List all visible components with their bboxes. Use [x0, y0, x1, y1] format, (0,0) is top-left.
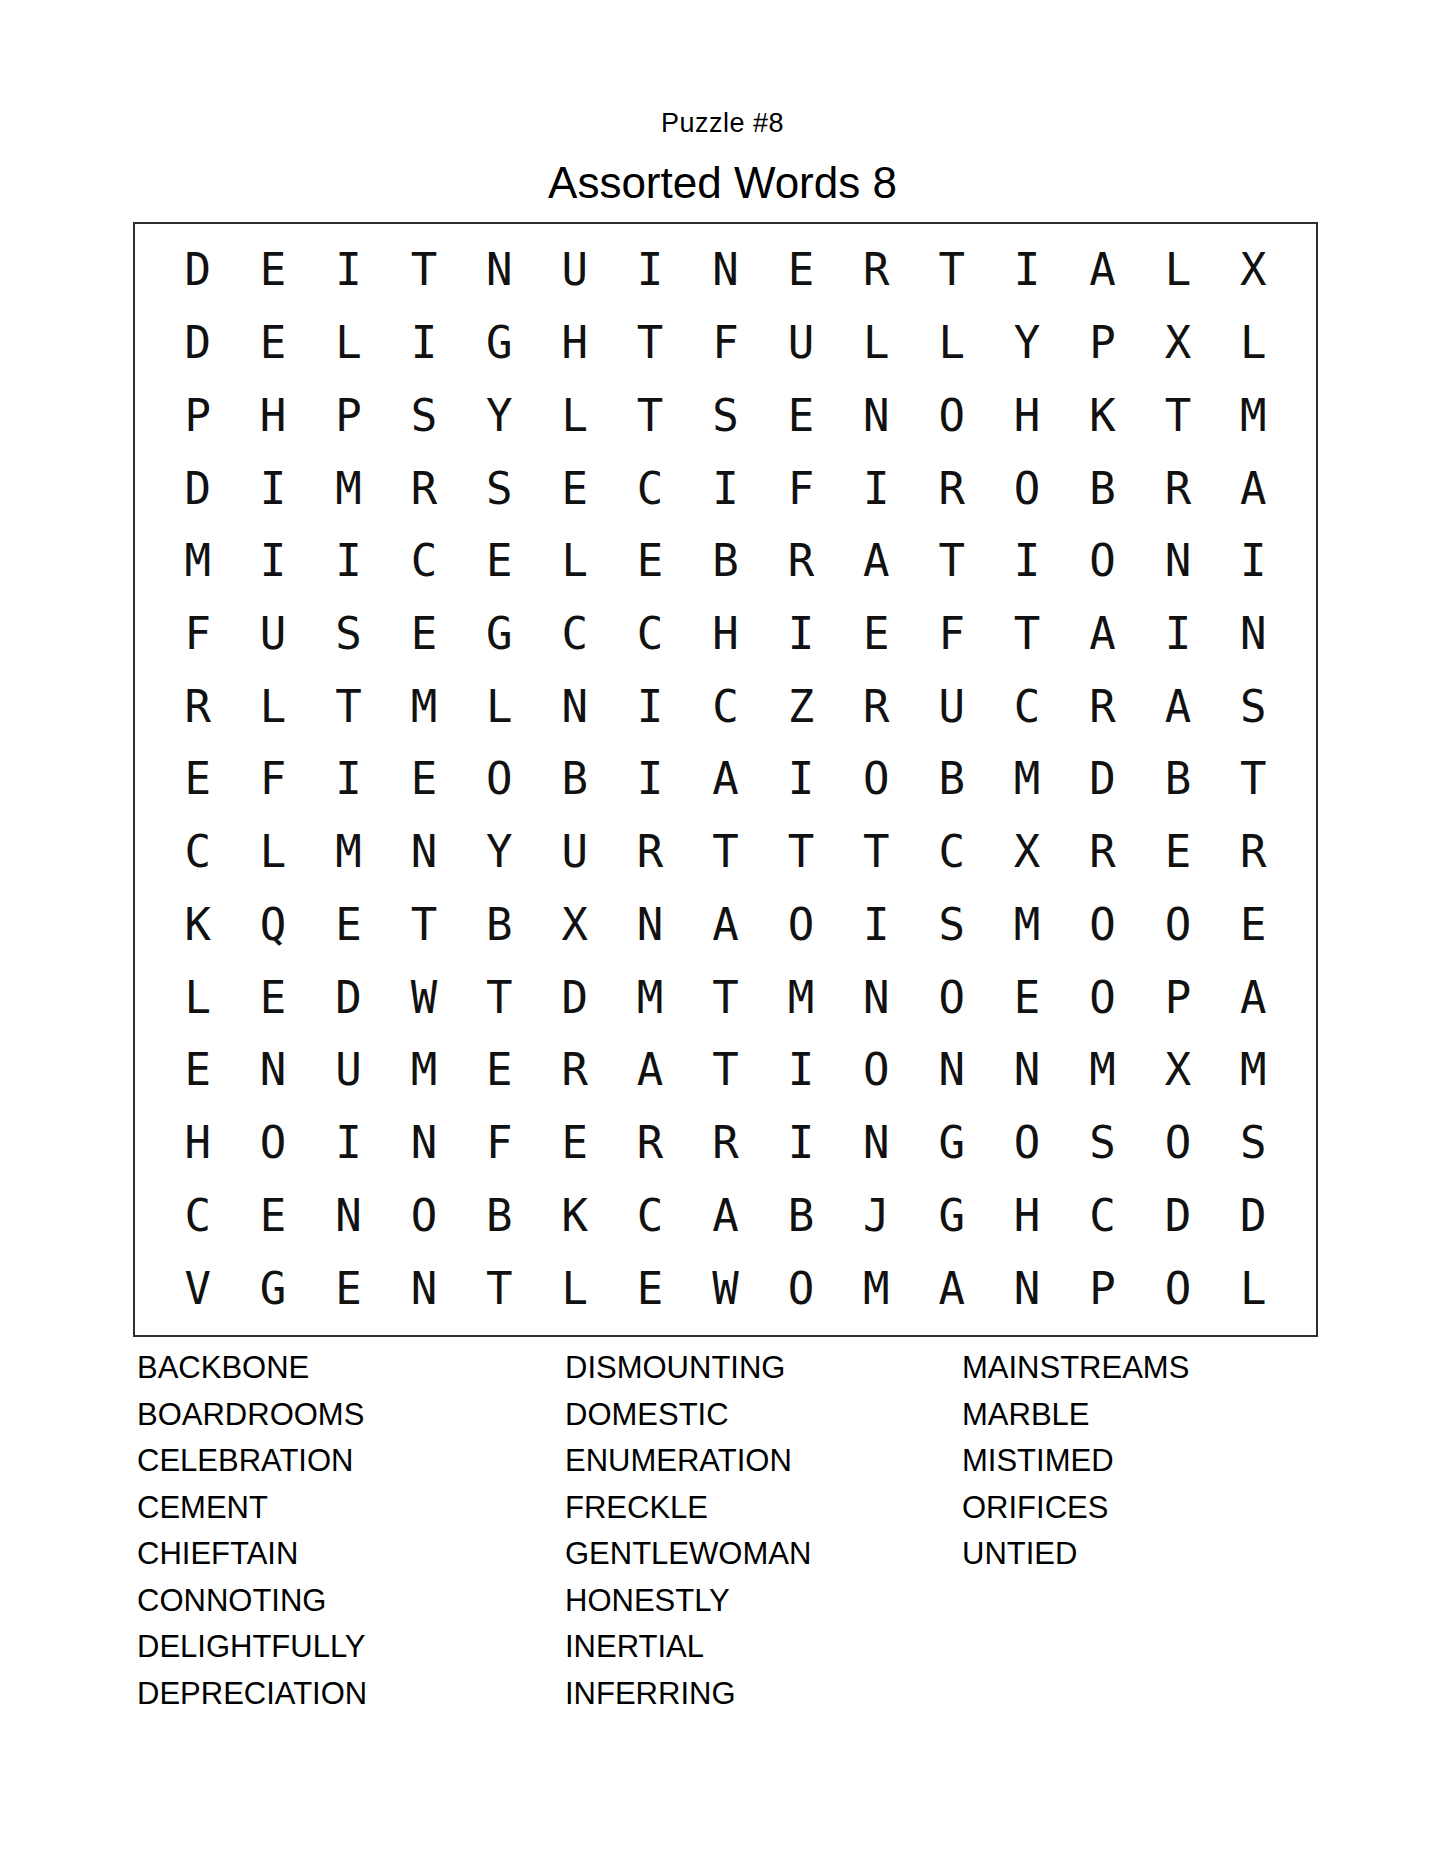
- grid-cell: O: [1140, 1107, 1215, 1180]
- grid-cell: O: [839, 743, 914, 816]
- grid-cell: H: [537, 307, 612, 380]
- grid-cell: J: [839, 1180, 914, 1253]
- grid-cell: A: [1216, 452, 1291, 525]
- grid-cell: C: [612, 452, 687, 525]
- grid-cell: D: [1065, 743, 1140, 816]
- grid-cell: T: [462, 961, 537, 1034]
- grid-cell: K: [160, 889, 235, 962]
- word-search-grid: DEITNUINERTIALXDELIGHTFULLYPXLPHPSYLTSEN…: [160, 234, 1291, 1325]
- grid-cell: A: [688, 1180, 763, 1253]
- grid-cell: L: [235, 670, 310, 743]
- grid-cell: P: [311, 379, 386, 452]
- grid-cell: O: [235, 1107, 310, 1180]
- grid-cell: E: [386, 598, 461, 671]
- grid-cell: M: [989, 889, 1064, 962]
- grid-cell: B: [1140, 743, 1215, 816]
- grid-cell: N: [1140, 525, 1215, 598]
- grid-cell: E: [160, 743, 235, 816]
- grid-cell: I: [1140, 598, 1215, 671]
- grid-cell: X: [1216, 234, 1291, 307]
- grid-cell: E: [235, 234, 310, 307]
- word-search-grid-border: DEITNUINERTIALXDELIGHTFULLYPXLPHPSYLTSEN…: [133, 222, 1318, 1337]
- grid-cell: B: [537, 743, 612, 816]
- grid-cell: A: [1140, 670, 1215, 743]
- grid-cell: E: [537, 1107, 612, 1180]
- word-item: DOMESTIC: [565, 1392, 811, 1439]
- grid-cell: C: [989, 670, 1064, 743]
- grid-cell: R: [612, 1107, 687, 1180]
- grid-cell: D: [1140, 1180, 1215, 1253]
- word-item: DISMOUNTING: [565, 1345, 811, 1392]
- grid-cell: G: [235, 1252, 310, 1325]
- grid-cell: U: [311, 1034, 386, 1107]
- word-list-column-3: MAINSTREAMSMARBLEMISTIMEDORIFICESUNTIED: [962, 1345, 1189, 1578]
- grid-cell: Q: [235, 889, 310, 962]
- grid-cell: A: [1065, 234, 1140, 307]
- grid-cell: I: [235, 525, 310, 598]
- grid-cell: I: [763, 743, 838, 816]
- word-item: BACKBONE: [137, 1345, 367, 1392]
- grid-cell: T: [462, 1252, 537, 1325]
- grid-cell: U: [763, 307, 838, 380]
- grid-cell: N: [989, 1034, 1064, 1107]
- grid-cell: E: [462, 1034, 537, 1107]
- grid-cell: I: [235, 452, 310, 525]
- grid-cell: K: [1065, 379, 1140, 452]
- word-list-column-1: BACKBONEBOARDROOMSCELEBRATIONCEMENTCHIEF…: [137, 1345, 367, 1717]
- grid-cell: M: [612, 961, 687, 1034]
- grid-cell: Y: [462, 816, 537, 889]
- grid-cell: N: [537, 670, 612, 743]
- grid-cell: R: [914, 452, 989, 525]
- grid-cell: L: [537, 1252, 612, 1325]
- grid-cell: B: [914, 743, 989, 816]
- grid-cell: M: [311, 452, 386, 525]
- grid-cell: T: [386, 234, 461, 307]
- grid-cell: B: [688, 525, 763, 598]
- grid-cell: R: [688, 1107, 763, 1180]
- grid-cell: M: [311, 816, 386, 889]
- grid-cell: C: [612, 598, 687, 671]
- word-item: DELIGHTFULLY: [137, 1624, 367, 1671]
- grid-cell: P: [1140, 961, 1215, 1034]
- grid-cell: T: [1216, 743, 1291, 816]
- grid-cell: E: [235, 307, 310, 380]
- grid-cell: R: [386, 452, 461, 525]
- grid-cell: N: [386, 816, 461, 889]
- grid-cell: F: [160, 598, 235, 671]
- grid-cell: H: [235, 379, 310, 452]
- grid-cell: X: [989, 816, 1064, 889]
- grid-cell: P: [1065, 307, 1140, 380]
- grid-cell: C: [688, 670, 763, 743]
- grid-cell: N: [914, 1034, 989, 1107]
- grid-cell: T: [989, 598, 1064, 671]
- grid-cell: A: [688, 889, 763, 962]
- grid-cell: C: [914, 816, 989, 889]
- word-item: HONESTLY: [565, 1578, 811, 1625]
- grid-cell: S: [1216, 670, 1291, 743]
- grid-cell: R: [1140, 452, 1215, 525]
- grid-cell: H: [160, 1107, 235, 1180]
- word-item: FRECKLE: [565, 1485, 811, 1532]
- grid-cell: O: [1140, 889, 1215, 962]
- word-item: INFERRING: [565, 1671, 811, 1718]
- grid-cell: I: [839, 452, 914, 525]
- word-item: GENTLEWOMAN: [565, 1531, 811, 1578]
- grid-cell: D: [537, 961, 612, 1034]
- grid-cell: X: [537, 889, 612, 962]
- grid-cell: M: [386, 1034, 461, 1107]
- grid-cell: A: [1216, 961, 1291, 1034]
- grid-cell: B: [462, 889, 537, 962]
- word-item: UNTIED: [962, 1531, 1189, 1578]
- grid-cell: L: [462, 670, 537, 743]
- grid-cell: S: [1216, 1107, 1291, 1180]
- grid-cell: N: [839, 1107, 914, 1180]
- word-item: BOARDROOMS: [137, 1392, 367, 1439]
- grid-cell: N: [688, 234, 763, 307]
- grid-cell: O: [386, 1180, 461, 1253]
- grid-cell: T: [839, 816, 914, 889]
- grid-cell: C: [160, 816, 235, 889]
- grid-cell: L: [311, 307, 386, 380]
- grid-cell: L: [235, 816, 310, 889]
- grid-cell: D: [160, 234, 235, 307]
- grid-cell: O: [914, 961, 989, 1034]
- grid-cell: E: [160, 1034, 235, 1107]
- grid-cell: T: [612, 379, 687, 452]
- grid-cell: E: [763, 379, 838, 452]
- grid-cell: U: [537, 234, 612, 307]
- grid-cell: E: [537, 452, 612, 525]
- grid-cell: O: [989, 452, 1064, 525]
- grid-cell: E: [1216, 889, 1291, 962]
- word-item: ORIFICES: [962, 1485, 1189, 1532]
- grid-cell: L: [839, 307, 914, 380]
- grid-cell: H: [688, 598, 763, 671]
- grid-cell: B: [462, 1180, 537, 1253]
- grid-cell: S: [1065, 1107, 1140, 1180]
- grid-cell: E: [839, 598, 914, 671]
- grid-cell: T: [763, 816, 838, 889]
- grid-cell: G: [462, 598, 537, 671]
- grid-cell: T: [311, 670, 386, 743]
- grid-cell: H: [989, 379, 1064, 452]
- grid-cell: L: [1216, 1252, 1291, 1325]
- grid-cell: G: [914, 1107, 989, 1180]
- grid-cell: R: [1216, 816, 1291, 889]
- grid-cell: N: [612, 889, 687, 962]
- puzzle-page: Puzzle #8 Assorted Words 8 DEITNUINERTIA…: [0, 0, 1445, 1871]
- grid-cell: N: [311, 1180, 386, 1253]
- word-item: MARBLE: [962, 1392, 1189, 1439]
- grid-cell: T: [688, 1034, 763, 1107]
- grid-cell: T: [914, 234, 989, 307]
- grid-cell: O: [763, 889, 838, 962]
- grid-cell: E: [612, 1252, 687, 1325]
- grid-cell: E: [612, 525, 687, 598]
- grid-cell: F: [462, 1107, 537, 1180]
- grid-cell: C: [1065, 1180, 1140, 1253]
- grid-cell: X: [1140, 307, 1215, 380]
- grid-cell: W: [688, 1252, 763, 1325]
- word-item: CONNOTING: [137, 1578, 367, 1625]
- grid-cell: A: [688, 743, 763, 816]
- grid-cell: N: [462, 234, 537, 307]
- word-list-column-2: DISMOUNTINGDOMESTICENUMERATIONFRECKLEGEN…: [565, 1345, 811, 1717]
- grid-cell: S: [914, 889, 989, 962]
- grid-cell: I: [612, 743, 687, 816]
- grid-cell: R: [839, 670, 914, 743]
- puzzle-number-label: Puzzle #8: [0, 108, 1445, 139]
- grid-cell: O: [1065, 961, 1140, 1034]
- grid-cell: Y: [989, 307, 1064, 380]
- grid-cell: Z: [763, 670, 838, 743]
- grid-cell: P: [160, 379, 235, 452]
- word-item: INERTIAL: [565, 1624, 811, 1671]
- grid-cell: C: [537, 598, 612, 671]
- grid-cell: A: [1065, 598, 1140, 671]
- grid-cell: D: [311, 961, 386, 1034]
- grid-cell: O: [989, 1107, 1064, 1180]
- grid-cell: R: [763, 525, 838, 598]
- grid-cell: I: [612, 234, 687, 307]
- grid-cell: N: [989, 1252, 1064, 1325]
- grid-cell: X: [1140, 1034, 1215, 1107]
- grid-cell: F: [688, 307, 763, 380]
- grid-cell: C: [612, 1180, 687, 1253]
- grid-cell: O: [1065, 889, 1140, 962]
- grid-cell: S: [688, 379, 763, 452]
- grid-cell: N: [839, 379, 914, 452]
- grid-cell: I: [612, 670, 687, 743]
- grid-cell: R: [1065, 670, 1140, 743]
- grid-cell: T: [386, 889, 461, 962]
- grid-cell: E: [763, 234, 838, 307]
- grid-cell: D: [1216, 1180, 1291, 1253]
- grid-cell: S: [311, 598, 386, 671]
- grid-cell: I: [839, 889, 914, 962]
- grid-cell: F: [235, 743, 310, 816]
- grid-cell: T: [688, 816, 763, 889]
- grid-cell: I: [311, 525, 386, 598]
- grid-cell: A: [839, 525, 914, 598]
- grid-cell: T: [688, 961, 763, 1034]
- grid-cell: N: [386, 1252, 461, 1325]
- grid-cell: M: [1216, 1034, 1291, 1107]
- grid-cell: E: [386, 743, 461, 816]
- grid-cell: A: [914, 1252, 989, 1325]
- word-item: MISTIMED: [962, 1438, 1189, 1485]
- grid-cell: O: [914, 379, 989, 452]
- grid-cell: T: [914, 525, 989, 598]
- grid-cell: M: [160, 525, 235, 598]
- grid-cell: I: [763, 1107, 838, 1180]
- grid-cell: E: [311, 889, 386, 962]
- grid-cell: B: [763, 1180, 838, 1253]
- grid-cell: T: [1140, 379, 1215, 452]
- word-item: CELEBRATION: [137, 1438, 367, 1485]
- grid-cell: L: [537, 379, 612, 452]
- grid-cell: I: [386, 307, 461, 380]
- grid-cell: I: [311, 234, 386, 307]
- word-item: CEMENT: [137, 1485, 367, 1532]
- word-item: ENUMERATION: [565, 1438, 811, 1485]
- grid-cell: G: [462, 307, 537, 380]
- grid-cell: M: [989, 743, 1064, 816]
- grid-cell: T: [612, 307, 687, 380]
- grid-cell: I: [989, 234, 1064, 307]
- grid-cell: N: [1216, 598, 1291, 671]
- grid-cell: G: [914, 1180, 989, 1253]
- grid-cell: R: [1065, 816, 1140, 889]
- grid-cell: V: [160, 1252, 235, 1325]
- grid-cell: C: [160, 1180, 235, 1253]
- grid-cell: I: [989, 525, 1064, 598]
- grid-cell: D: [160, 452, 235, 525]
- grid-cell: U: [537, 816, 612, 889]
- grid-cell: S: [386, 379, 461, 452]
- grid-cell: P: [1065, 1252, 1140, 1325]
- grid-cell: I: [763, 1034, 838, 1107]
- grid-cell: H: [989, 1180, 1064, 1253]
- grid-cell: N: [235, 1034, 310, 1107]
- grid-cell: B: [1065, 452, 1140, 525]
- grid-cell: E: [989, 961, 1064, 1034]
- grid-cell: M: [386, 670, 461, 743]
- grid-cell: I: [688, 452, 763, 525]
- grid-cell: C: [386, 525, 461, 598]
- grid-cell: M: [839, 1252, 914, 1325]
- grid-cell: L: [537, 525, 612, 598]
- grid-cell: L: [1140, 234, 1215, 307]
- grid-cell: D: [160, 307, 235, 380]
- grid-cell: I: [1216, 525, 1291, 598]
- grid-cell: I: [311, 1107, 386, 1180]
- grid-cell: W: [386, 961, 461, 1034]
- word-item: MAINSTREAMS: [962, 1345, 1189, 1392]
- grid-cell: L: [914, 307, 989, 380]
- grid-cell: R: [160, 670, 235, 743]
- word-item: DEPRECIATION: [137, 1671, 367, 1718]
- grid-cell: R: [537, 1034, 612, 1107]
- grid-cell: O: [462, 743, 537, 816]
- grid-cell: N: [386, 1107, 461, 1180]
- grid-cell: I: [763, 598, 838, 671]
- grid-cell: I: [311, 743, 386, 816]
- grid-cell: M: [1216, 379, 1291, 452]
- grid-cell: E: [235, 1180, 310, 1253]
- grid-cell: R: [612, 816, 687, 889]
- grid-cell: Y: [462, 379, 537, 452]
- grid-cell: O: [1065, 525, 1140, 598]
- grid-cell: E: [1140, 816, 1215, 889]
- grid-cell: M: [763, 961, 838, 1034]
- grid-cell: O: [839, 1034, 914, 1107]
- word-item: CHIEFTAIN: [137, 1531, 367, 1578]
- grid-cell: O: [763, 1252, 838, 1325]
- grid-cell: R: [839, 234, 914, 307]
- grid-cell: S: [462, 452, 537, 525]
- grid-cell: F: [914, 598, 989, 671]
- grid-cell: N: [839, 961, 914, 1034]
- grid-cell: F: [763, 452, 838, 525]
- grid-cell: U: [235, 598, 310, 671]
- grid-cell: L: [160, 961, 235, 1034]
- grid-cell: E: [235, 961, 310, 1034]
- grid-cell: K: [537, 1180, 612, 1253]
- grid-cell: O: [1140, 1252, 1215, 1325]
- grid-cell: A: [612, 1034, 687, 1107]
- grid-cell: U: [914, 670, 989, 743]
- grid-cell: M: [1065, 1034, 1140, 1107]
- grid-cell: L: [1216, 307, 1291, 380]
- grid-cell: E: [311, 1252, 386, 1325]
- grid-cell: E: [462, 525, 537, 598]
- page-title: Assorted Words 8: [0, 158, 1445, 208]
